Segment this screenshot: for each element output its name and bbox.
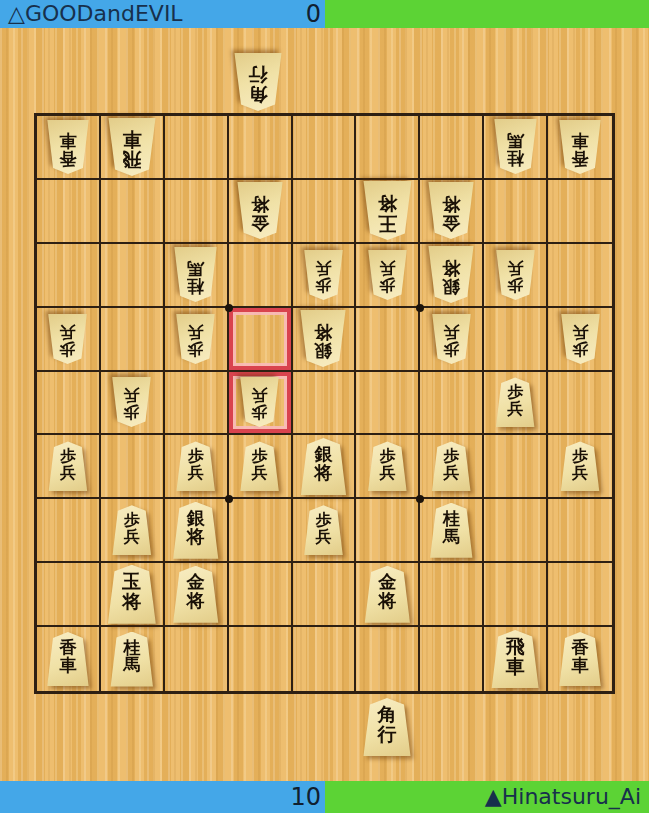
piece-pawn-sente[interactable]: 歩兵 — [239, 441, 280, 491]
board-cell-r7c2[interactable]: 歩兵 — [101, 499, 165, 563]
piece-kanji: 桂馬 — [123, 639, 140, 675]
piece-kanji: 飛車 — [122, 129, 141, 169]
board-cell-r3c3[interactable]: 桂馬 — [165, 244, 229, 308]
board-cell-r2c8[interactable] — [484, 180, 548, 244]
hoshi-dot — [225, 495, 233, 503]
piece-pawn-gote[interactable]: 歩兵 — [175, 314, 216, 364]
piece-pawn-gote[interactable]: 歩兵 — [367, 250, 408, 300]
board-cell-r5c4[interactable]: 歩兵 — [229, 372, 293, 436]
piece-kanji: 歩兵 — [379, 448, 395, 482]
piece-lance-gote[interactable]: 香車 — [46, 120, 90, 174]
board-cell-r9c1[interactable]: 香車 — [37, 627, 101, 691]
piece-kanji: 王将 — [378, 193, 397, 233]
board-cell-r3c4[interactable] — [229, 244, 293, 308]
piece-silver-sente[interactable]: 銀将 — [299, 438, 347, 495]
board-cell-r7c7[interactable]: 桂馬 — [420, 499, 484, 563]
piece-pawn-sente[interactable]: 歩兵 — [111, 505, 152, 555]
piece-king-sente[interactable]: 玉将 — [106, 565, 157, 624]
piece-silver-gote[interactable]: 銀将 — [299, 310, 347, 367]
top-player-bar: △GOODandEVIL 0 — [0, 0, 649, 28]
piece-kanji: 桂馬 — [187, 260, 204, 296]
board-cell-r3c9[interactable] — [548, 244, 612, 308]
board-cell-r7c9[interactable] — [548, 499, 612, 563]
board-cell-r7c5[interactable]: 歩兵 — [293, 499, 357, 563]
piece-kanji: 歩兵 — [507, 384, 523, 418]
piece-knight-sente[interactable]: 桂馬 — [109, 632, 154, 687]
piece-kanji: 歩兵 — [443, 323, 459, 357]
board-cell-r1c8[interactable]: 桂馬 — [484, 116, 548, 180]
piece-knight-gote[interactable]: 桂馬 — [493, 119, 538, 174]
bottom-player-name: ▲Hinatsuru_Ai — [485, 786, 641, 808]
board-cell-r2c3[interactable] — [165, 180, 229, 244]
top-player-counter: 0 — [306, 2, 321, 26]
piece-kanji: 歩兵 — [572, 323, 588, 357]
piece-silver-sente[interactable]: 銀将 — [172, 502, 220, 559]
shogi-app: △GOODandEVIL 0 角行 香車飛車桂馬香車金将王将金将桂馬歩兵歩兵銀将… — [0, 0, 649, 813]
board-cell-r3c7[interactable]: 銀将 — [420, 244, 484, 308]
board-cell-r8c8[interactable] — [484, 563, 548, 627]
board-cell-r1c7[interactable] — [420, 116, 484, 180]
piece-kanji: 歩兵 — [188, 323, 204, 357]
piece-kanji: 歩兵 — [315, 512, 331, 546]
top-player-name: △GOODandEVIL — [8, 3, 183, 25]
board-cell-r6c2[interactable] — [101, 435, 165, 499]
board-cell-r8c4[interactable] — [229, 563, 293, 627]
piece-rook-sente[interactable]: 飛車 — [490, 630, 540, 688]
board-cell-r1c2[interactable]: 飛車 — [101, 116, 165, 180]
piece-pawn-sente[interactable]: 歩兵 — [47, 441, 88, 491]
board-cell-r2c4[interactable]: 金将 — [229, 180, 293, 244]
board-cell-r9c8[interactable]: 飛車 — [484, 627, 548, 691]
board-cell-r9c4[interactable] — [229, 627, 293, 691]
board-cell-r3c8[interactable]: 歩兵 — [484, 244, 548, 308]
piece-kanji: 歩兵 — [60, 323, 76, 357]
piece-lance-sente[interactable]: 香車 — [558, 632, 602, 686]
board-cell-r6c6[interactable]: 歩兵 — [356, 435, 420, 499]
piece-pawn-gote[interactable]: 歩兵 — [495, 250, 536, 300]
piece-knight-gote[interactable]: 桂馬 — [173, 247, 218, 302]
board-cell-r2c6[interactable]: 王将 — [356, 180, 420, 244]
piece-gold-gote[interactable]: 金将 — [236, 182, 284, 239]
board-cell-r7c1[interactable] — [37, 499, 101, 563]
board-cell-r2c1[interactable] — [37, 180, 101, 244]
board-cell-r4c2[interactable] — [101, 308, 165, 372]
board-cell-r1c5[interactable] — [293, 116, 357, 180]
board-cell-r6c3[interactable]: 歩兵 — [165, 435, 229, 499]
piece-kanji: 角行 — [249, 64, 268, 104]
piece-kanji: 金将 — [251, 195, 269, 233]
piece-gold-sente[interactable]: 金将 — [172, 566, 220, 623]
piece-kanji: 歩兵 — [443, 448, 459, 482]
piece-kanji: 金将 — [187, 573, 205, 611]
board-cell-r1c3[interactable] — [165, 116, 229, 180]
bottom-player-bar-green-segment: ▲Hinatsuru_Ai — [325, 781, 649, 813]
board-cell-r6c7[interactable]: 歩兵 — [420, 435, 484, 499]
piece-kanji: 金将 — [442, 195, 460, 233]
board-cell-r6c1[interactable]: 歩兵 — [37, 435, 101, 499]
board-cell-r3c6[interactable]: 歩兵 — [356, 244, 420, 308]
board-cell-r5c6[interactable] — [356, 372, 420, 436]
piece-kanji: 銀将 — [187, 509, 205, 547]
board-cell-r8c9[interactable] — [548, 563, 612, 627]
board-cell-r9c9[interactable]: 香車 — [548, 627, 612, 691]
piece-pawn-gote[interactable]: 歩兵 — [239, 377, 280, 427]
piece-kanji: 飛車 — [506, 637, 525, 677]
board-cell-r8c7[interactable] — [420, 563, 484, 627]
piece-kanji: 歩兵 — [572, 448, 588, 482]
board-cell-r4c5[interactable]: 銀将 — [293, 308, 357, 372]
board-cell-r5c7[interactable] — [420, 372, 484, 436]
piece-rook-gote[interactable]: 飛車 — [107, 118, 157, 176]
board-cell-r5c8[interactable]: 歩兵 — [484, 372, 548, 436]
piece-pawn-gote[interactable]: 歩兵 — [111, 377, 152, 427]
board-cell-r9c6[interactable] — [356, 627, 420, 691]
board-cell-r1c9[interactable]: 香車 — [548, 116, 612, 180]
piece-lance-gote[interactable]: 香車 — [558, 120, 602, 174]
board-cell-r2c2[interactable] — [101, 180, 165, 244]
piece-kanji: 歩兵 — [60, 448, 76, 482]
board-cell-r2c5[interactable] — [293, 180, 357, 244]
top-player-bar-green-segment — [325, 0, 649, 28]
piece-king-gote[interactable]: 王将 — [362, 181, 413, 240]
board-cell-r9c5[interactable] — [293, 627, 357, 691]
board-cell-r7c6[interactable] — [356, 499, 420, 563]
piece-pawn-sente[interactable]: 歩兵 — [303, 505, 344, 555]
piece-kanji: 桂馬 — [507, 132, 524, 168]
board-cell-r9c7[interactable] — [420, 627, 484, 691]
piece-kanji: 歩兵 — [507, 259, 523, 293]
board-cell-r4c9[interactable]: 歩兵 — [548, 308, 612, 372]
board-cell-r8c5[interactable] — [293, 563, 357, 627]
board-cell-r2c7[interactable]: 金将 — [420, 180, 484, 244]
hoshi-dot — [225, 304, 233, 312]
board-cell-r9c3[interactable] — [165, 627, 229, 691]
board-cell-r3c1[interactable] — [37, 244, 101, 308]
piece-kanji: 香車 — [59, 131, 76, 167]
piece-pawn-gote[interactable]: 歩兵 — [303, 250, 344, 300]
piece-kanji: 香車 — [572, 639, 589, 675]
board-cell-r8c6[interactable]: 金将 — [356, 563, 420, 627]
board-cell-r5c5[interactable] — [293, 372, 357, 436]
board-cell-r7c4[interactable] — [229, 499, 293, 563]
piece-kanji: 銀将 — [314, 445, 332, 483]
board-cell-r6c9[interactable]: 歩兵 — [548, 435, 612, 499]
board-cell-r7c8[interactable] — [484, 499, 548, 563]
piece-kanji: 歩兵 — [252, 448, 268, 482]
piece-kanji: 香車 — [572, 131, 589, 167]
board-cell-r5c2[interactable]: 歩兵 — [101, 372, 165, 436]
piece-kanji: 銀将 — [442, 258, 460, 296]
piece-pawn-sente[interactable]: 歩兵 — [175, 441, 216, 491]
piece-kanji: 歩兵 — [188, 448, 204, 482]
piece-kanji: 歩兵 — [252, 387, 268, 421]
hand-piece-bishop-sente[interactable]: 角行 — [362, 698, 412, 756]
board-cell-r3c5[interactable]: 歩兵 — [293, 244, 357, 308]
board-cell-r8c1[interactable] — [37, 563, 101, 627]
piece-kanji: 歩兵 — [379, 259, 395, 293]
board-cell-r4c8[interactable] — [484, 308, 548, 372]
piece-kanji: 玉将 — [122, 572, 141, 612]
board-cell-r6c5[interactable]: 銀将 — [293, 435, 357, 499]
board-cell-r8c3[interactable]: 金将 — [165, 563, 229, 627]
board-cell-r6c8[interactable] — [484, 435, 548, 499]
piece-gold-sente[interactable]: 金将 — [363, 566, 411, 623]
piece-pawn-gote[interactable]: 歩兵 — [47, 314, 88, 364]
board-cell-r6c4[interactable]: 歩兵 — [229, 435, 293, 499]
board-cell-r7c3[interactable]: 銀将 — [165, 499, 229, 563]
piece-pawn-sente[interactable]: 歩兵 — [495, 377, 536, 427]
piece-kanji: 桂馬 — [443, 510, 460, 546]
shogi-board: 香車飛車桂馬香車金将王将金将桂馬歩兵歩兵銀将歩兵歩兵歩兵銀将歩兵歩兵歩兵歩兵歩兵… — [34, 113, 615, 694]
hoshi-dot — [416, 304, 424, 312]
board-cell-r3c2[interactable] — [101, 244, 165, 308]
piece-kanji: 香車 — [59, 639, 76, 675]
piece-gold-gote[interactable]: 金将 — [427, 182, 475, 239]
piece-kanji: 歩兵 — [315, 259, 331, 293]
piece-kanji: 歩兵 — [124, 387, 140, 421]
board-cell-r9c2[interactable]: 桂馬 — [101, 627, 165, 691]
piece-pawn-sente[interactable]: 歩兵 — [560, 441, 601, 491]
piece-kanji: 銀将 — [314, 322, 332, 360]
piece-lance-sente[interactable]: 香車 — [46, 632, 90, 686]
board-cell-r4c6[interactable] — [356, 308, 420, 372]
board-cell-r4c4[interactable] — [229, 308, 293, 372]
board-cell-r5c1[interactable] — [37, 372, 101, 436]
board-cell-r4c3[interactable]: 歩兵 — [165, 308, 229, 372]
piece-pawn-sente[interactable]: 歩兵 — [367, 441, 408, 491]
piece-pawn-sente[interactable]: 歩兵 — [431, 441, 472, 491]
bottom-player-bar: 10 ▲Hinatsuru_Ai — [0, 781, 649, 813]
piece-kanji: 歩兵 — [124, 512, 140, 546]
bottom-player-bar-blue-segment: 10 — [0, 781, 325, 813]
board-cell-r2c9[interactable] — [548, 180, 612, 244]
bottom-player-counter: 10 — [290, 785, 321, 809]
board-cell-r1c6[interactable] — [356, 116, 420, 180]
piece-silver-gote[interactable]: 銀将 — [427, 246, 475, 303]
top-player-bar-blue-segment: △GOODandEVIL 0 — [0, 0, 325, 28]
piece-kanji: 角行 — [378, 705, 397, 745]
board-cell-r5c9[interactable] — [548, 372, 612, 436]
board-cell-r8c2[interactable]: 玉将 — [101, 563, 165, 627]
board-cell-r4c7[interactable]: 歩兵 — [420, 308, 484, 372]
board-cell-r1c1[interactable]: 香車 — [37, 116, 101, 180]
piece-kanji: 金将 — [378, 573, 396, 611]
board-cell-r5c3[interactable] — [165, 372, 229, 436]
board-cell-r1c4[interactable] — [229, 116, 293, 180]
hand-piece-bishop-gote[interactable]: 角行 — [233, 53, 283, 111]
board-cell-r4c1[interactable]: 歩兵 — [37, 308, 101, 372]
piece-pawn-gote[interactable]: 歩兵 — [560, 314, 601, 364]
piece-pawn-gote[interactable]: 歩兵 — [431, 314, 472, 364]
piece-knight-sente[interactable]: 桂馬 — [429, 503, 474, 558]
